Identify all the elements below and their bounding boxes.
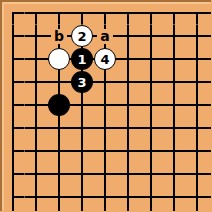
board-point (140, 163, 163, 186)
board-point (2, 186, 25, 209)
board-point (48, 140, 71, 163)
board-point (71, 94, 94, 117)
board-point (117, 48, 140, 71)
board-point (71, 186, 94, 209)
board-point (186, 140, 209, 163)
board-point (48, 2, 71, 25)
board-point (209, 186, 212, 209)
board-point (209, 209, 212, 212)
board-point (117, 186, 140, 209)
board-point (25, 71, 48, 94)
board-point (94, 209, 117, 212)
board-point (48, 209, 71, 212)
board-point (25, 48, 48, 71)
board-point: 2 (71, 25, 94, 48)
board-point (140, 209, 163, 212)
black-stone-move-3: 3 (71, 71, 93, 93)
board-point (117, 163, 140, 186)
board-point (186, 94, 209, 117)
board-point: b (48, 25, 71, 48)
board-point (2, 117, 25, 140)
board-point (25, 94, 48, 117)
board-point (71, 163, 94, 186)
board-point (94, 117, 117, 140)
board-point (94, 186, 117, 209)
board-point (25, 186, 48, 209)
board-point (2, 48, 25, 71)
board-point (209, 25, 212, 48)
board-point: 4 (94, 48, 117, 71)
board-point (71, 209, 94, 212)
go-board-diagram: b2a143 (0, 0, 211, 211)
board-point (186, 209, 209, 212)
board-point (25, 117, 48, 140)
board-point (71, 140, 94, 163)
board-point (71, 2, 94, 25)
board-point (117, 140, 140, 163)
white-stone-move-4: 4 (94, 48, 116, 70)
board-point (163, 71, 186, 94)
board-point (186, 163, 209, 186)
white-stone (48, 48, 70, 70)
board-point (94, 163, 117, 186)
board-point (163, 94, 186, 117)
board-point (209, 2, 212, 25)
board-point (209, 94, 212, 117)
board-point (2, 25, 25, 48)
board-point (186, 117, 209, 140)
board-point (209, 140, 212, 163)
board-point (140, 71, 163, 94)
board-point (94, 140, 117, 163)
board-point (163, 48, 186, 71)
board-point (209, 163, 212, 186)
board-point (25, 209, 48, 212)
board-point (2, 163, 25, 186)
board-point (94, 2, 117, 25)
board-point (2, 94, 25, 117)
board-point (140, 2, 163, 25)
board-point (163, 163, 186, 186)
board-point (48, 163, 71, 186)
board-point (94, 71, 117, 94)
board-point (117, 71, 140, 94)
board-point (117, 117, 140, 140)
board-point (2, 209, 25, 212)
board-point (163, 117, 186, 140)
board-point (140, 25, 163, 48)
board-point (186, 186, 209, 209)
board-point (140, 140, 163, 163)
board-point (94, 94, 117, 117)
board-point (186, 48, 209, 71)
board-point (48, 117, 71, 140)
white-stone-move-2: 2 (71, 25, 93, 47)
board-point (140, 94, 163, 117)
board-point (2, 2, 25, 25)
board-point (163, 2, 186, 25)
black-stone-move-1: 1 (71, 48, 93, 70)
board-point (209, 71, 212, 94)
board-point (140, 186, 163, 209)
board-point (163, 25, 186, 48)
board-point (117, 2, 140, 25)
board-point (25, 25, 48, 48)
board-point (186, 2, 209, 25)
black-stone (48, 94, 70, 116)
board-point (48, 71, 71, 94)
board-point (209, 48, 212, 71)
board-point (117, 209, 140, 212)
board-point (2, 140, 25, 163)
board-point (2, 71, 25, 94)
board-point (48, 48, 71, 71)
board-point (186, 25, 209, 48)
board-point: a (94, 25, 117, 48)
board-point (140, 48, 163, 71)
board-point (25, 163, 48, 186)
board-point (209, 117, 212, 140)
board-point: 1 (71, 48, 94, 71)
board-point (140, 117, 163, 140)
board-grid: b2a143 (2, 2, 212, 212)
board-point: 3 (71, 71, 94, 94)
board-point (71, 117, 94, 140)
point-label-b: b (51, 29, 67, 44)
board-point (117, 94, 140, 117)
board-point (48, 186, 71, 209)
board-point (25, 2, 48, 25)
board-point (163, 140, 186, 163)
point-label-a: a (97, 29, 112, 44)
board-point (163, 209, 186, 212)
board-point (25, 140, 48, 163)
board-point (186, 71, 209, 94)
board-point (117, 25, 140, 48)
board-point (163, 186, 186, 209)
board-point (48, 94, 71, 117)
